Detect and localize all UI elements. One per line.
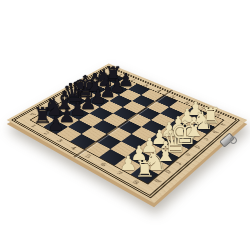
product-photo-scene: 1122334455667788hhggffeeddccbbaa ♜♞♝♛♚♝♞… (0, 0, 250, 250)
piece-black-pawn[interactable]: ♟ (118, 71, 134, 89)
piece-white-rook[interactable]: ♜ (202, 105, 221, 126)
clasp-ring-icon (228, 135, 238, 145)
